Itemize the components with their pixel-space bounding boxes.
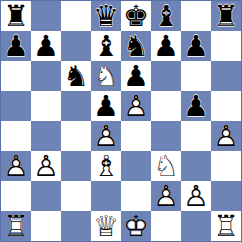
black-bishop-piece[interactable]: ♝ — [91, 31, 121, 61]
square-g3[interactable] — [181, 151, 211, 181]
square-e8[interactable]: ♚ — [121, 1, 151, 31]
black-pawn-icon: ♟ — [31, 31, 61, 61]
black-pawn-icon: ♟ — [1, 31, 31, 61]
square-a7[interactable]: ♟ — [1, 31, 31, 61]
black-king-piece[interactable]: ♚ — [121, 1, 151, 31]
black-pawn-piece[interactable]: ♟ — [151, 31, 181, 61]
white-pawn-outline-icon: ♙ — [121, 91, 151, 121]
square-d8[interactable]: ♛ — [91, 1, 121, 31]
white-pawn-outline-icon: ♙ — [151, 181, 181, 211]
square-a3[interactable]: ♟♙ — [1, 151, 31, 181]
black-rook-piece[interactable]: ♜ — [1, 1, 31, 31]
black-king-icon: ♚ — [121, 1, 151, 31]
white-queen-outline-icon: ♕ — [91, 211, 121, 241]
square-e4[interactable] — [121, 121, 151, 151]
black-knight-icon: ♞ — [121, 31, 151, 61]
white-king-piece[interactable]: ♚♔ — [121, 211, 151, 241]
black-bishop-icon: ♝ — [91, 31, 121, 61]
square-a5[interactable] — [1, 91, 31, 121]
square-c5[interactable] — [61, 91, 91, 121]
white-queen-piece[interactable]: ♛♕ — [91, 211, 121, 241]
square-f4[interactable] — [151, 121, 181, 151]
square-e6[interactable]: ♟ — [121, 61, 151, 91]
square-c7[interactable] — [61, 31, 91, 61]
black-rook-icon: ♜ — [211, 1, 241, 31]
square-f3[interactable]: ♞♘ — [151, 151, 181, 181]
square-f7[interactable]: ♟ — [151, 31, 181, 61]
square-c4[interactable] — [61, 121, 91, 151]
square-d1[interactable]: ♛♕ — [91, 211, 121, 241]
square-g6[interactable] — [181, 61, 211, 91]
white-king-outline-icon: ♔ — [121, 211, 151, 241]
square-b4[interactable] — [31, 121, 61, 151]
black-pawn-icon: ♟ — [151, 31, 181, 61]
white-pawn-piece[interactable]: ♟♙ — [211, 121, 241, 151]
square-b2[interactable] — [31, 181, 61, 211]
square-e3[interactable] — [121, 151, 151, 181]
black-knight-piece[interactable]: ♞ — [61, 61, 91, 91]
white-pawn-outline-icon: ♙ — [1, 151, 31, 181]
square-f5[interactable] — [151, 91, 181, 121]
white-pawn-piece[interactable]: ♟♙ — [91, 121, 121, 151]
square-g8[interactable] — [181, 1, 211, 31]
square-d3[interactable]: ♝♗ — [91, 151, 121, 181]
white-bishop-piece[interactable]: ♝♗ — [91, 151, 121, 181]
square-c6[interactable]: ♞ — [61, 61, 91, 91]
square-h8[interactable]: ♜ — [211, 1, 241, 31]
square-f2[interactable]: ♟♙ — [151, 181, 181, 211]
square-g7[interactable]: ♟ — [181, 31, 211, 61]
square-h7[interactable] — [211, 31, 241, 61]
square-c3[interactable] — [61, 151, 91, 181]
square-e7[interactable]: ♞ — [121, 31, 151, 61]
square-a1[interactable]: ♜♖ — [1, 211, 31, 241]
black-knight-icon: ♞ — [61, 61, 91, 91]
square-d4[interactable]: ♟♙ — [91, 121, 121, 151]
black-bishop-piece[interactable]: ♝ — [151, 1, 181, 31]
square-d5[interactable]: ♟ — [91, 91, 121, 121]
square-f1[interactable] — [151, 211, 181, 241]
white-pawn-outline-icon: ♙ — [91, 121, 121, 151]
white-rook-outline-icon: ♖ — [211, 211, 241, 241]
square-b3[interactable]: ♟♙ — [31, 151, 61, 181]
white-pawn-piece[interactable]: ♟♙ — [181, 181, 211, 211]
white-pawn-piece[interactable]: ♟♙ — [151, 181, 181, 211]
square-c8[interactable] — [61, 1, 91, 31]
white-rook-piece[interactable]: ♜♖ — [1, 211, 31, 241]
black-pawn-piece[interactable]: ♟ — [1, 31, 31, 61]
black-pawn-icon: ♟ — [91, 91, 121, 121]
white-knight-piece[interactable]: ♞♘ — [151, 151, 181, 181]
white-bishop-outline-icon: ♗ — [91, 151, 121, 181]
square-a2[interactable] — [1, 181, 31, 211]
square-h2[interactable] — [211, 181, 241, 211]
black-pawn-icon: ♟ — [121, 61, 151, 91]
white-pawn-outline-icon: ♙ — [211, 121, 241, 151]
square-b6[interactable] — [31, 61, 61, 91]
square-f6[interactable] — [151, 61, 181, 91]
white-knight-outline-icon: ♘ — [151, 151, 181, 181]
white-rook-piece[interactable]: ♜♖ — [211, 211, 241, 241]
black-pawn-piece[interactable]: ♟ — [91, 91, 121, 121]
square-d2[interactable] — [91, 181, 121, 211]
square-h3[interactable] — [211, 151, 241, 181]
square-d6[interactable]: ♞♘ — [91, 61, 121, 91]
square-b1[interactable] — [31, 211, 61, 241]
black-pawn-icon: ♟ — [181, 31, 211, 61]
black-knight-piece[interactable]: ♞ — [121, 31, 151, 61]
black-rook-piece[interactable]: ♜ — [211, 1, 241, 31]
square-d7[interactable]: ♝ — [91, 31, 121, 61]
square-b5[interactable] — [31, 91, 61, 121]
square-a6[interactable] — [1, 61, 31, 91]
white-pawn-outline-icon: ♙ — [31, 151, 61, 181]
white-knight-outline-icon: ♘ — [91, 61, 121, 91]
black-bishop-icon: ♝ — [151, 1, 181, 31]
square-g1[interactable] — [181, 211, 211, 241]
black-pawn-piece[interactable]: ♟ — [181, 31, 211, 61]
square-g5[interactable]: ♟ — [181, 91, 211, 121]
black-queen-icon: ♛ — [91, 1, 121, 31]
white-pawn-outline-icon: ♙ — [181, 181, 211, 211]
square-h1[interactable]: ♜♖ — [211, 211, 241, 241]
square-f8[interactable]: ♝ — [151, 1, 181, 31]
black-pawn-piece[interactable]: ♟ — [31, 31, 61, 61]
black-pawn-piece[interactable]: ♟ — [181, 91, 211, 121]
black-rook-icon: ♜ — [1, 1, 31, 31]
square-a4[interactable] — [1, 121, 31, 151]
square-e1[interactable]: ♚♔ — [121, 211, 151, 241]
square-e2[interactable] — [121, 181, 151, 211]
square-b8[interactable] — [31, 1, 61, 31]
square-b7[interactable]: ♟ — [31, 31, 61, 61]
white-knight-piece[interactable]: ♞♘ — [91, 61, 121, 91]
chess-board: ♜♛♚♝♜♟♟♝♞♟♟♞♞♘♟♟♟♙♟♟♙♟♙♟♙♟♙♝♗♞♘♟♙♟♙♜♖♛♕♚… — [0, 0, 242, 242]
square-c1[interactable] — [61, 211, 91, 241]
square-g4[interactable] — [181, 121, 211, 151]
square-e5[interactable]: ♟♙ — [121, 91, 151, 121]
white-rook-outline-icon: ♖ — [1, 211, 31, 241]
square-h5[interactable] — [211, 91, 241, 121]
black-queen-piece[interactable]: ♛ — [91, 1, 121, 31]
square-h4[interactable]: ♟♙ — [211, 121, 241, 151]
black-pawn-piece[interactable]: ♟ — [121, 61, 151, 91]
white-pawn-piece[interactable]: ♟♙ — [121, 91, 151, 121]
square-h6[interactable] — [211, 61, 241, 91]
black-pawn-icon: ♟ — [181, 91, 211, 121]
square-a8[interactable]: ♜ — [1, 1, 31, 31]
white-pawn-piece[interactable]: ♟♙ — [31, 151, 61, 181]
white-pawn-piece[interactable]: ♟♙ — [1, 151, 31, 181]
square-c2[interactable] — [61, 181, 91, 211]
square-g2[interactable]: ♟♙ — [181, 181, 211, 211]
